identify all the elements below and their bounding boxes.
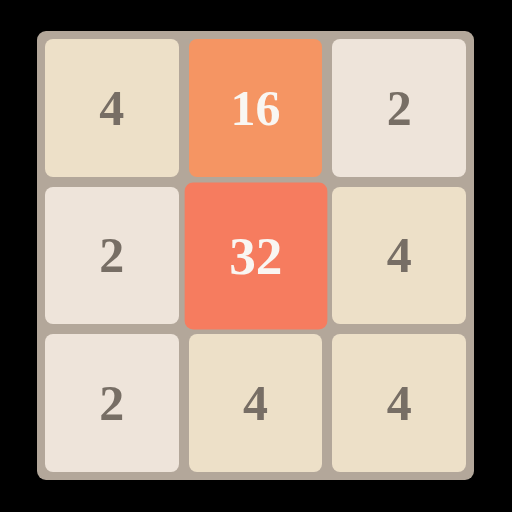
board-2048[interactable]: 4 16 2 2 32 4 2 4 4 <box>37 31 474 480</box>
tile-r2c1: 2 <box>45 187 179 325</box>
tile-r1c1: 4 <box>45 39 179 177</box>
tile-r3c3: 4 <box>332 334 466 472</box>
tile-r2c2: 32 <box>184 182 326 329</box>
tile-r1c2: 16 <box>189 39 323 177</box>
tile-r3c2: 4 <box>189 334 323 472</box>
tile-r3c1: 2 <box>45 334 179 472</box>
tile-r1c3: 2 <box>332 39 466 177</box>
tile-r2c3: 4 <box>332 187 466 325</box>
